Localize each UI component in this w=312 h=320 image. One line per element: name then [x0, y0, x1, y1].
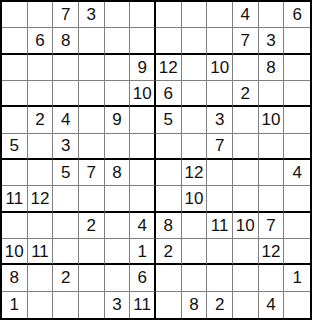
cell-r4c8-empty[interactable]	[182, 81, 208, 107]
cell-r7c11-empty[interactable]	[259, 160, 285, 186]
cell-r1c7-empty[interactable]	[156, 2, 182, 28]
cell-r9c1-empty[interactable]	[2, 213, 28, 239]
cell-r8c2-given[interactable]: 12	[28, 186, 54, 212]
cell-r5c3-given[interactable]: 4	[53, 107, 79, 133]
cell-r10c4-empty[interactable]	[79, 239, 105, 265]
cell-r2c10-given[interactable]: 7	[233, 28, 259, 54]
cell-r2c8-empty[interactable]	[182, 28, 208, 54]
cell-r3c6-given[interactable]: 9	[130, 55, 156, 81]
cell-r1c1-empty[interactable]	[2, 2, 28, 28]
cell-r5c7-given[interactable]: 5	[156, 107, 182, 133]
cell-r2c12-empty[interactable]	[284, 28, 310, 54]
cell-r1c9-empty[interactable]	[207, 2, 233, 28]
cell-r6c1-given[interactable]: 5	[2, 134, 28, 160]
cell-r8c8-given[interactable]: 10	[182, 186, 208, 212]
cell-r9c6-given[interactable]: 4	[130, 213, 156, 239]
cell-r4c3-empty[interactable]	[53, 81, 79, 107]
cell-r11c2-empty[interactable]	[28, 265, 54, 291]
cell-r7c3-given[interactable]: 5	[53, 160, 79, 186]
cell-r1c11-empty[interactable]	[259, 2, 285, 28]
cell-r2c1-empty[interactable]	[2, 28, 28, 54]
cell-r12c12-empty[interactable]	[284, 292, 310, 318]
cell-r5c5-given[interactable]: 9	[105, 107, 131, 133]
cell-r9c5-empty[interactable]	[105, 213, 131, 239]
cell-r5c2-given[interactable]: 2	[28, 107, 54, 133]
cell-r3c2-empty[interactable]	[28, 55, 54, 81]
cell-r12c2-empty[interactable]	[28, 292, 54, 318]
cell-r1c12-given[interactable]: 6	[284, 2, 310, 28]
cell-r1c8-empty[interactable]	[182, 2, 208, 28]
cell-r11c7-empty[interactable]	[156, 265, 182, 291]
cell-r5c8-empty[interactable]	[182, 107, 208, 133]
cell-r1c5-empty[interactable]	[105, 2, 131, 28]
cell-r11c8-empty[interactable]	[182, 265, 208, 291]
cell-r9c3-empty[interactable]	[53, 213, 79, 239]
cell-r3c1-empty[interactable]	[2, 55, 28, 81]
cell-r11c1-given[interactable]: 8	[2, 265, 28, 291]
cell-r7c12-given[interactable]: 4	[284, 160, 310, 186]
cell-r2c3-given[interactable]: 8	[53, 28, 79, 54]
cell-r11c5-empty[interactable]	[105, 265, 131, 291]
cell-r6c9-given[interactable]: 7	[207, 134, 233, 160]
cell-r8c1-given[interactable]: 11	[2, 186, 28, 212]
cell-r2c11-given[interactable]: 3	[259, 28, 285, 54]
cell-r1c4-given[interactable]: 3	[79, 2, 105, 28]
cell-r9c9-given[interactable]: 11	[207, 213, 233, 239]
cell-r6c11-empty[interactable]	[259, 134, 285, 160]
cell-r6c5-empty[interactable]	[105, 134, 131, 160]
cell-r3c7-given[interactable]: 12	[156, 55, 182, 81]
cell-r6c6-empty[interactable]	[130, 134, 156, 160]
cell-r3c5-empty[interactable]	[105, 55, 131, 81]
cell-r6c12-empty[interactable]	[284, 134, 310, 160]
cell-r3c9-given[interactable]: 10	[207, 55, 233, 81]
cell-r8c6-empty[interactable]	[130, 186, 156, 212]
cell-r10c11-given[interactable]: 12	[259, 239, 285, 265]
cell-r11c10-empty[interactable]	[233, 265, 259, 291]
cell-r4c7-given[interactable]: 6	[156, 81, 182, 107]
cell-r6c4-empty[interactable]	[79, 134, 105, 160]
cell-r8c11-empty[interactable]	[259, 186, 285, 212]
cell-r10c1-given[interactable]: 10	[2, 239, 28, 265]
cell-r9c11-given[interactable]: 7	[259, 213, 285, 239]
cell-r9c10-given[interactable]: 10	[233, 213, 259, 239]
cell-r7c2-empty[interactable]	[28, 160, 54, 186]
cell-r12c1-given[interactable]: 1	[2, 292, 28, 318]
cell-r12c11-given[interactable]: 4	[259, 292, 285, 318]
cell-r4c6-given[interactable]: 10	[130, 81, 156, 107]
cell-r2c9-empty[interactable]	[207, 28, 233, 54]
cell-r1c2-empty[interactable]	[28, 2, 54, 28]
cell-r4c9-empty[interactable]	[207, 81, 233, 107]
cell-r4c2-empty[interactable]	[28, 81, 54, 107]
cell-r2c2-given[interactable]: 6	[28, 28, 54, 54]
cell-r4c5-empty[interactable]	[105, 81, 131, 107]
cell-r8c9-empty[interactable]	[207, 186, 233, 212]
cell-r10c8-empty[interactable]	[182, 239, 208, 265]
cell-r3c3-empty[interactable]	[53, 55, 79, 81]
cell-r4c1-empty[interactable]	[2, 81, 28, 107]
cell-r2c7-empty[interactable]	[156, 28, 182, 54]
cell-r10c3-empty[interactable]	[53, 239, 79, 265]
cell-r6c2-empty[interactable]	[28, 134, 54, 160]
cell-r6c10-empty[interactable]	[233, 134, 259, 160]
cell-r12c3-empty[interactable]	[53, 292, 79, 318]
cell-r11c6-given[interactable]: 6	[130, 265, 156, 291]
cell-r12c10-empty[interactable]	[233, 292, 259, 318]
cell-r4c12-empty[interactable]	[284, 81, 310, 107]
cell-r12c6-given[interactable]: 11	[130, 292, 156, 318]
cell-r1c6-empty[interactable]	[130, 2, 156, 28]
cell-r2c5-empty[interactable]	[105, 28, 131, 54]
cell-r3c8-empty[interactable]	[182, 55, 208, 81]
cell-r8c5-empty[interactable]	[105, 186, 131, 212]
cell-r7c10-empty[interactable]	[233, 160, 259, 186]
cell-r6c8-empty[interactable]	[182, 134, 208, 160]
cell-r12c4-empty[interactable]	[79, 292, 105, 318]
cell-r3c11-given[interactable]: 8	[259, 55, 285, 81]
cell-r2c4-empty[interactable]	[79, 28, 105, 54]
cell-r5c9-given[interactable]: 3	[207, 107, 233, 133]
cell-r4c11-empty[interactable]	[259, 81, 285, 107]
cell-r3c4-empty[interactable]	[79, 55, 105, 81]
cell-r7c5-given[interactable]: 8	[105, 160, 131, 186]
cell-r3c10-empty[interactable]	[233, 55, 259, 81]
cell-r7c1-empty[interactable]	[2, 160, 28, 186]
cell-r4c10-given[interactable]: 2	[233, 81, 259, 107]
cell-r7c4-given[interactable]: 7	[79, 160, 105, 186]
cell-r8c7-empty[interactable]	[156, 186, 182, 212]
cell-r8c4-empty[interactable]	[79, 186, 105, 212]
cell-r7c9-empty[interactable]	[207, 160, 233, 186]
cell-r5c10-empty[interactable]	[233, 107, 259, 133]
cell-r10c9-empty[interactable]	[207, 239, 233, 265]
cell-r9c8-empty[interactable]	[182, 213, 208, 239]
cell-r10c12-empty[interactable]	[284, 239, 310, 265]
cell-r1c3-given[interactable]: 7	[53, 2, 79, 28]
cell-r10c10-empty[interactable]	[233, 239, 259, 265]
cell-r12c7-empty[interactable]	[156, 292, 182, 318]
cell-r6c7-empty[interactable]	[156, 134, 182, 160]
cell-r5c12-empty[interactable]	[284, 107, 310, 133]
cell-r10c7-given[interactable]: 2	[156, 239, 182, 265]
cell-r1c10-given[interactable]: 4	[233, 2, 259, 28]
cell-r8c3-empty[interactable]	[53, 186, 79, 212]
cell-r11c3-given[interactable]: 2	[53, 265, 79, 291]
cell-r5c4-empty[interactable]	[79, 107, 105, 133]
cell-r9c12-empty[interactable]	[284, 213, 310, 239]
sudoku-board: 7346687391210810622495310537578124111210…	[0, 0, 312, 320]
cell-r5c1-empty[interactable]	[2, 107, 28, 133]
cell-r10c2-given[interactable]: 11	[28, 239, 54, 265]
cell-r7c6-empty[interactable]	[130, 160, 156, 186]
cell-r11c4-empty[interactable]	[79, 265, 105, 291]
cell-r8c12-empty[interactable]	[284, 186, 310, 212]
cell-r10c5-empty[interactable]	[105, 239, 131, 265]
cell-r9c4-given[interactable]: 2	[79, 213, 105, 239]
cell-r10c6-given[interactable]: 1	[130, 239, 156, 265]
cell-r12c8-given[interactable]: 8	[182, 292, 208, 318]
cell-r11c12-given[interactable]: 1	[284, 265, 310, 291]
cell-r12c9-given[interactable]: 2	[207, 292, 233, 318]
cell-r9c2-empty[interactable]	[28, 213, 54, 239]
cell-r3c12-empty[interactable]	[284, 55, 310, 81]
cell-r2c6-empty[interactable]	[130, 28, 156, 54]
cell-r7c7-empty[interactable]	[156, 160, 182, 186]
cell-r5c6-empty[interactable]	[130, 107, 156, 133]
cell-r12c5-given[interactable]: 3	[105, 292, 131, 318]
cell-r8c10-empty[interactable]	[233, 186, 259, 212]
cell-r9c7-given[interactable]: 8	[156, 213, 182, 239]
cell-r4c4-empty[interactable]	[79, 81, 105, 107]
cell-r11c9-empty[interactable]	[207, 265, 233, 291]
cell-r11c11-empty[interactable]	[259, 265, 285, 291]
cell-r7c8-given[interactable]: 12	[182, 160, 208, 186]
cell-r6c3-given[interactable]: 3	[53, 134, 79, 160]
cell-r5c11-given[interactable]: 10	[259, 107, 285, 133]
